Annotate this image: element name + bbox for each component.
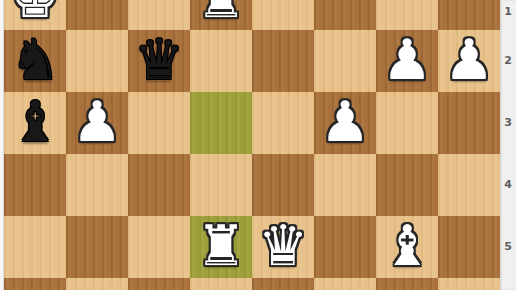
rank-label-2: 2 (500, 54, 516, 68)
square-d3[interactable] (252, 92, 314, 154)
square-h5[interactable] (4, 216, 66, 278)
square-c2[interactable] (314, 30, 376, 92)
piece-black-queen: ♛ (128, 30, 190, 92)
rank-coordinate-strip: 12345 (500, 0, 516, 290)
square-d4[interactable] (252, 154, 314, 216)
piece-white-rook: ♜ (190, 216, 252, 278)
square-b5[interactable]: ♝ (376, 216, 438, 278)
square-f6[interactable] (128, 278, 190, 290)
square-c3[interactable]: ♟ (314, 92, 376, 154)
board-viewport: ♚♜♞♛♟♟♝♟♟♜♛♝ (4, 0, 500, 290)
piece-white-bishop: ♝ (376, 216, 438, 278)
square-a5[interactable] (438, 216, 500, 278)
square-c1[interactable] (314, 0, 376, 30)
square-e6[interactable] (190, 278, 252, 290)
square-h3[interactable]: ♝ (4, 92, 66, 154)
square-a3[interactable] (438, 92, 500, 154)
square-g6[interactable] (66, 278, 128, 290)
square-e2[interactable] (190, 30, 252, 92)
square-d1[interactable] (252, 0, 314, 30)
piece-white-pawn: ♟ (438, 30, 500, 92)
rank-label-4: 4 (500, 178, 516, 192)
square-a4[interactable] (438, 154, 500, 216)
piece-black-knight: ♞ (4, 30, 66, 92)
piece-white-pawn: ♟ (376, 30, 438, 92)
square-d6[interactable] (252, 278, 314, 290)
piece-black-bishop: ♝ (4, 92, 66, 154)
square-g3[interactable]: ♟ (66, 92, 128, 154)
square-h6[interactable] (4, 278, 66, 290)
square-g2[interactable] (66, 30, 128, 92)
chess-board-screen: ♚♜♞♛♟♟♝♟♟♜♛♝ 12345 (0, 0, 516, 290)
square-b6[interactable] (376, 278, 438, 290)
rank-label-3: 3 (500, 116, 516, 130)
square-h1[interactable]: ♚ (4, 0, 66, 30)
square-f2[interactable]: ♛ (128, 30, 190, 92)
square-f1[interactable] (128, 0, 190, 30)
square-f5[interactable] (128, 216, 190, 278)
square-b3[interactable] (376, 92, 438, 154)
square-f3[interactable] (128, 92, 190, 154)
square-b2[interactable]: ♟ (376, 30, 438, 92)
square-h2[interactable]: ♞ (4, 30, 66, 92)
chess-board: ♚♜♞♛♟♟♝♟♟♜♛♝ (4, 0, 500, 290)
square-c6[interactable] (314, 278, 376, 290)
square-e1[interactable]: ♜ (190, 0, 252, 30)
piece-white-pawn: ♟ (314, 92, 376, 154)
square-a6[interactable] (438, 278, 500, 290)
square-a2[interactable]: ♟ (438, 30, 500, 92)
square-b1[interactable] (376, 0, 438, 30)
square-h4[interactable] (4, 154, 66, 216)
square-g4[interactable] (66, 154, 128, 216)
piece-white-rook: ♜ (190, 0, 252, 30)
square-e3[interactable] (190, 92, 252, 154)
piece-white-king: ♚ (4, 0, 66, 30)
piece-white-pawn: ♟ (66, 92, 128, 154)
square-e5[interactable]: ♜ (190, 216, 252, 278)
square-a1[interactable] (438, 0, 500, 30)
rank-label-5: 5 (500, 240, 516, 254)
square-d5[interactable]: ♛ (252, 216, 314, 278)
square-e4[interactable] (190, 154, 252, 216)
square-g1[interactable] (66, 0, 128, 30)
piece-white-queen: ♛ (252, 216, 314, 278)
square-c5[interactable] (314, 216, 376, 278)
square-f4[interactable] (128, 154, 190, 216)
rank-label-1: 1 (500, 5, 516, 19)
square-g5[interactable] (66, 216, 128, 278)
square-d2[interactable] (252, 30, 314, 92)
square-b4[interactable] (376, 154, 438, 216)
square-c4[interactable] (314, 154, 376, 216)
